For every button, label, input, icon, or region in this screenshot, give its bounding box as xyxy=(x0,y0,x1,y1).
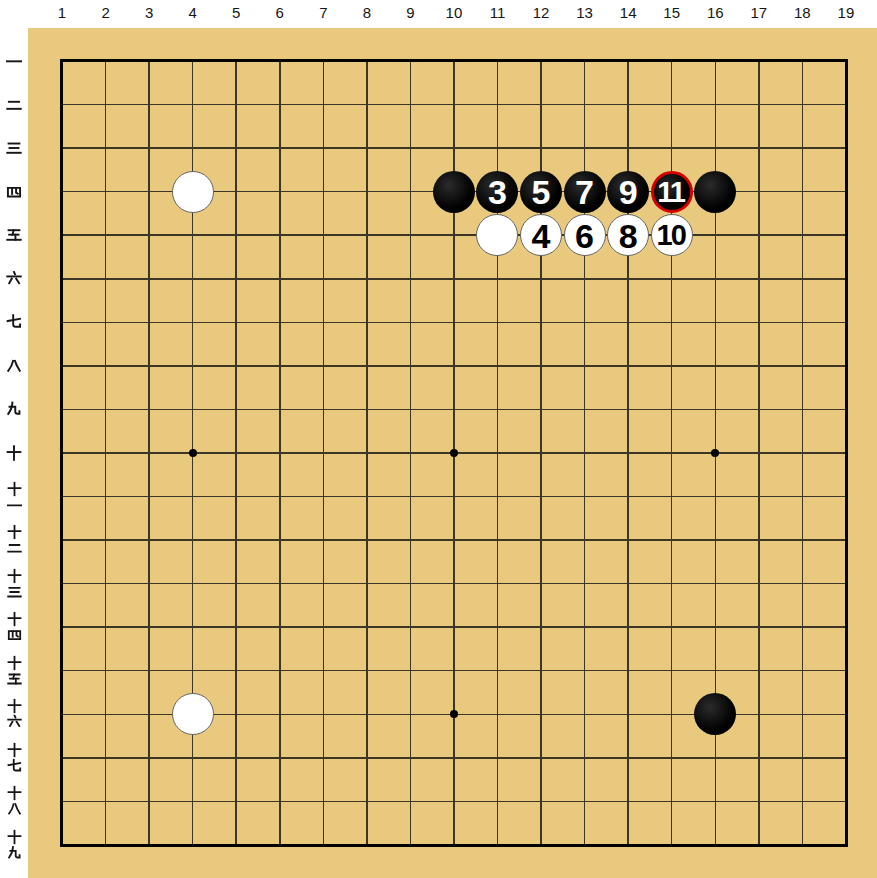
left-coordinate-label xyxy=(2,53,26,69)
top-coordinate-label: 14 xyxy=(620,1,637,25)
cjk-numeral-glyph xyxy=(7,541,22,556)
cjk-numeral-glyph xyxy=(6,445,22,461)
stone-black-move-11-15-4[interactable]: 11 xyxy=(651,171,693,213)
left-coordinate-label xyxy=(2,525,26,556)
top-coordinate-label: 18 xyxy=(794,1,811,25)
left-coordinate-label xyxy=(2,227,26,243)
stone-black-move-3-11-4[interactable]: 3 xyxy=(476,171,518,213)
top-coordinate-label: 5 xyxy=(232,1,240,25)
left-coordinate-label xyxy=(2,786,26,817)
cjk-numeral-glyph xyxy=(7,742,22,757)
left-coordinate-label xyxy=(2,568,26,599)
stone-white-move-4-12-5[interactable]: 4 xyxy=(520,214,562,256)
stone-white-4-4[interactable] xyxy=(172,171,214,213)
cjk-numeral-glyph xyxy=(6,140,22,156)
left-coordinate-label xyxy=(2,742,26,773)
go-board-diagram: 35791146810 1234567891011121314151617181… xyxy=(0,0,877,878)
top-coordinate-label: 4 xyxy=(188,1,196,25)
top-coordinate-label: 19 xyxy=(838,1,855,25)
left-coordinate-label xyxy=(2,314,26,330)
cjk-numeral-glyph xyxy=(7,802,22,817)
cjk-numeral-glyph xyxy=(6,271,22,287)
top-coordinate-label: 10 xyxy=(446,1,463,25)
cjk-numeral-glyph xyxy=(7,829,22,844)
cjk-numeral-glyph xyxy=(7,481,22,496)
cjk-numeral-glyph xyxy=(7,655,22,670)
top-coordinate-label: 13 xyxy=(576,1,593,25)
cjk-numeral-glyph xyxy=(6,401,22,417)
left-coordinate-labels xyxy=(0,0,28,878)
move-number: 7 xyxy=(575,174,594,209)
stone-black-16-4[interactable] xyxy=(694,171,736,213)
stone-white-move-10-15-5[interactable]: 10 xyxy=(651,214,693,256)
cjk-numeral-glyph xyxy=(7,568,22,583)
cjk-numeral-glyph xyxy=(6,314,22,330)
top-coordinate-labels: 12345678910111213141516171819 xyxy=(0,0,877,28)
left-coordinate-label xyxy=(2,829,26,860)
move-number: 10 xyxy=(657,220,685,250)
top-coordinate-label: 6 xyxy=(276,1,284,25)
left-coordinate-label xyxy=(2,97,26,113)
top-coordinate-label: 2 xyxy=(101,1,109,25)
cjk-numeral-glyph xyxy=(6,97,22,113)
cjk-numeral-glyph xyxy=(6,227,22,243)
top-coordinate-label: 3 xyxy=(145,1,153,25)
top-coordinate-label: 9 xyxy=(406,1,414,25)
cjk-numeral-glyph xyxy=(7,628,22,643)
move-number: 4 xyxy=(532,218,551,253)
move-number: 9 xyxy=(619,174,638,209)
stone-black-move-9-14-4[interactable]: 9 xyxy=(607,171,649,213)
top-coordinate-label: 12 xyxy=(533,1,550,25)
move-number: 6 xyxy=(575,218,594,253)
left-coordinate-label xyxy=(2,699,26,730)
left-coordinate-label xyxy=(2,271,26,287)
cjk-numeral-glyph xyxy=(7,584,22,599)
goban[interactable]: 35791146810 xyxy=(28,28,877,878)
cjk-numeral-glyph xyxy=(7,758,22,773)
top-coordinate-label: 15 xyxy=(663,1,680,25)
left-coordinate-label xyxy=(2,184,26,200)
stones-layer: 35791146810 xyxy=(40,39,867,866)
stone-white-11-5[interactable] xyxy=(476,214,518,256)
left-coordinate-label xyxy=(2,140,26,156)
move-number: 11 xyxy=(657,177,684,207)
cjk-numeral-glyph xyxy=(7,671,22,686)
top-coordinate-label: 11 xyxy=(490,1,506,25)
left-coordinate-label xyxy=(2,445,26,461)
cjk-numeral-glyph xyxy=(6,358,22,374)
top-coordinate-label: 8 xyxy=(363,1,371,25)
left-coordinate-label xyxy=(2,401,26,417)
stone-black-move-7-13-4[interactable]: 7 xyxy=(564,171,606,213)
cjk-numeral-glyph xyxy=(7,497,22,512)
top-coordinate-label: 17 xyxy=(750,1,767,25)
left-coordinate-label xyxy=(2,655,26,686)
top-coordinate-label: 16 xyxy=(707,1,724,25)
move-number: 5 xyxy=(532,174,551,209)
stone-black-move-5-12-4[interactable]: 5 xyxy=(520,171,562,213)
cjk-numeral-glyph xyxy=(7,715,22,730)
cjk-numeral-glyph xyxy=(7,845,22,860)
stone-white-move-6-13-5[interactable]: 6 xyxy=(564,214,606,256)
move-number: 3 xyxy=(488,174,507,209)
cjk-numeral-glyph xyxy=(7,525,22,540)
cjk-numeral-glyph xyxy=(7,699,22,714)
cjk-numeral-glyph xyxy=(6,53,22,69)
left-coordinate-label xyxy=(2,612,26,643)
left-coordinate-label xyxy=(2,358,26,374)
top-coordinate-label: 1 xyxy=(58,1,66,25)
stone-black-16-16[interactable] xyxy=(694,693,736,735)
cjk-numeral-glyph xyxy=(7,612,22,627)
cjk-numeral-glyph xyxy=(7,786,22,801)
stone-white-4-16[interactable] xyxy=(172,693,214,735)
stone-black-10-4[interactable] xyxy=(433,171,475,213)
move-number: 8 xyxy=(619,218,638,253)
top-coordinate-label: 7 xyxy=(319,1,327,25)
stone-white-move-8-14-5[interactable]: 8 xyxy=(607,214,649,256)
cjk-numeral-glyph xyxy=(6,184,22,200)
left-coordinate-label xyxy=(2,481,26,512)
